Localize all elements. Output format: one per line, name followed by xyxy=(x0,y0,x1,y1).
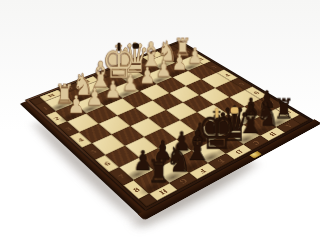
square-h8[interactable]: ♜ xyxy=(134,170,170,194)
rook-glyph: ♜ xyxy=(147,156,170,188)
board-face: HGFEDCBA1♜♞♝♚♛♝♞♜12♟♟♟♟♟♟♟♟2334455667♟♟♟… xyxy=(24,40,314,211)
pawn-glyph: ♟ xyxy=(68,93,85,117)
chess-set-photo: HGFEDCBA1♜♞♝♚♛♝♞♜12♟♟♟♟♟♟♟♟2334455667♟♟♟… xyxy=(0,0,320,240)
piece-black-rook[interactable]: ♜ xyxy=(129,113,188,188)
piece-white-pawn[interactable]: ♟ xyxy=(51,52,102,117)
chess-board-3d: HGFEDCBA1♜♞♝♚♛♝♞♜12♟♟♟♟♟♟♟♟2334455667♟♟♟… xyxy=(24,40,314,211)
board-grid: HGFEDCBA1♜♞♝♚♛♝♞♜12♟♟♟♟♟♟♟♟2334455667♟♟♟… xyxy=(30,43,308,207)
